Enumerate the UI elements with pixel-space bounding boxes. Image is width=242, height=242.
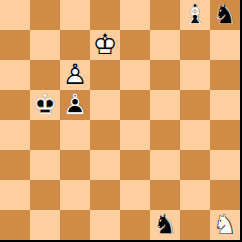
square-e6[interactable] [120,60,150,90]
square-d1[interactable] [90,210,120,240]
square-b1[interactable] [30,210,60,240]
piece-outline-layer: ♘ [210,0,240,30]
square-h4[interactable] [210,120,240,150]
square-f8[interactable] [150,0,180,30]
square-c2[interactable] [60,180,90,210]
square-a4[interactable] [0,120,30,150]
square-b7[interactable] [30,30,60,60]
piece-outline-layer: ♙ [60,90,90,120]
square-h3[interactable] [210,150,240,180]
piece-black-king[interactable]: ♚♔ [30,90,60,120]
square-g5[interactable] [180,90,210,120]
square-f6[interactable] [150,60,180,90]
square-e2[interactable] [120,180,150,210]
square-b8[interactable] [30,0,60,30]
piece-black-pawn[interactable]: ♟♙ [60,90,90,120]
square-d4[interactable] [90,120,120,150]
square-d3[interactable] [90,150,120,180]
square-a1[interactable] [0,210,30,240]
square-a8[interactable] [0,0,30,30]
square-b4[interactable] [30,120,60,150]
piece-outline-layer: ♔ [30,90,60,120]
square-g1[interactable] [180,210,210,240]
piece-outline-layer: ♔ [90,30,120,60]
chess-board: ♝♗♞♘♚♔♟♙♚♔♟♙♞♘♞♘ [0,0,240,240]
square-h8[interactable]: ♞♘ [210,0,240,30]
square-c1[interactable] [60,210,90,240]
square-b5[interactable]: ♚♔ [30,90,60,120]
square-h2[interactable] [210,180,240,210]
square-e5[interactable] [120,90,150,120]
square-c4[interactable] [60,120,90,150]
square-g6[interactable] [180,60,210,90]
square-b2[interactable] [30,180,60,210]
square-a7[interactable] [0,30,30,60]
square-c3[interactable] [60,150,90,180]
square-d8[interactable] [90,0,120,30]
piece-white-pawn[interactable]: ♟♙ [60,60,90,90]
square-e1[interactable] [120,210,150,240]
square-f5[interactable] [150,90,180,120]
square-d6[interactable] [90,60,120,90]
square-f3[interactable] [150,150,180,180]
piece-white-knight[interactable]: ♞♘ [210,210,240,240]
square-e3[interactable] [120,150,150,180]
square-g4[interactable] [180,120,210,150]
piece-white-king[interactable]: ♚♔ [90,30,120,60]
square-f1[interactable]: ♞♘ [150,210,180,240]
square-a2[interactable] [0,180,30,210]
square-g7[interactable] [180,30,210,60]
square-c8[interactable] [60,0,90,30]
square-h5[interactable] [210,90,240,120]
piece-outline-layer: ♗ [180,0,210,30]
piece-outline-layer: ♙ [60,60,90,90]
square-a6[interactable] [0,60,30,90]
square-c7[interactable] [60,30,90,60]
square-d5[interactable] [90,90,120,120]
square-c5[interactable]: ♟♙ [60,90,90,120]
square-e4[interactable] [120,120,150,150]
square-h7[interactable] [210,30,240,60]
piece-outline-layer: ♘ [210,210,240,240]
square-b6[interactable] [30,60,60,90]
square-f2[interactable] [150,180,180,210]
square-h1[interactable]: ♞♘ [210,210,240,240]
square-c6[interactable]: ♟♙ [60,60,90,90]
square-e7[interactable] [120,30,150,60]
piece-black-knight[interactable]: ♞♘ [150,210,180,240]
square-h6[interactable] [210,60,240,90]
square-d2[interactable] [90,180,120,210]
square-e8[interactable] [120,0,150,30]
square-a3[interactable] [0,150,30,180]
square-d7[interactable]: ♚♔ [90,30,120,60]
piece-black-knight[interactable]: ♞♘ [210,0,240,30]
square-b3[interactable] [30,150,60,180]
square-g3[interactable] [180,150,210,180]
square-a5[interactable] [0,90,30,120]
piece-outline-layer: ♘ [150,210,180,240]
piece-black-bishop[interactable]: ♝♗ [180,0,210,30]
square-f7[interactable] [150,30,180,60]
square-g2[interactable] [180,180,210,210]
square-g8[interactable]: ♝♗ [180,0,210,30]
square-f4[interactable] [150,120,180,150]
